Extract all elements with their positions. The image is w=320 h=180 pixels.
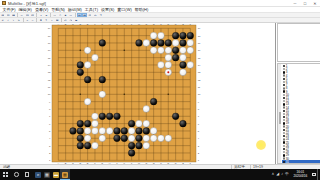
toolbar-button[interactable]: « [0, 18, 5, 23]
toolbar-button[interactable]: ? [98, 13, 103, 18]
white-stone-H5[interactable] [106, 128, 113, 135]
white-stone-N4[interactable] [143, 135, 150, 142]
task-view-icon[interactable] [25, 172, 29, 176]
white-stone-G10[interactable] [99, 91, 106, 98]
black-stone-P17[interactable] [158, 40, 165, 47]
toolbar-button[interactable]: ▮ [63, 13, 68, 18]
ime-indicator[interactable]: 中 [285, 169, 289, 180]
white-stone-P14[interactable] [158, 62, 165, 69]
coord-letter-top: G [101, 23, 103, 26]
toolbar-button[interactable]: ● [25, 18, 30, 23]
black-stone-L3[interactable] [128, 142, 135, 149]
toolbar-button[interactable]: ⊞ [87, 13, 92, 18]
move-tree-row[interactable]: 31 [282, 160, 320, 163]
maximize-button[interactable]: □ [300, 0, 310, 7]
coord-number-right: 4 [198, 137, 200, 140]
menu-item-3[interactable]: 导航(N) [50, 7, 67, 13]
folder-icon[interactable]: ▬ [53, 172, 59, 178]
coord-number-left: 1 [49, 159, 51, 162]
white-move-icon [283, 157, 285, 159]
toolbar-button[interactable]: △ [49, 18, 54, 23]
coord-number-left: 7 [49, 115, 51, 118]
coord-number-left: 5 [49, 130, 51, 133]
coord-number-left: 11 [48, 86, 51, 89]
black-move-icon [283, 78, 285, 80]
black-stone-H7[interactable] [106, 113, 113, 120]
coord-number-right: 18 [198, 35, 201, 38]
black-stone-T18[interactable] [187, 32, 194, 39]
white-stone-P18[interactable] [158, 32, 165, 39]
white-stone-Q4[interactable] [165, 135, 172, 142]
toolbar-button[interactable]: ↶ [63, 18, 68, 23]
white-stone-T17[interactable] [187, 40, 194, 47]
toolbar-button[interactable]: ▩ [77, 13, 82, 18]
toolbar-button[interactable]: ✖ [74, 18, 79, 23]
star-point [123, 49, 125, 51]
black-stone-D14[interactable] [77, 62, 84, 69]
tray-caret-icon[interactable]: ∧ [272, 169, 275, 180]
toolbar-button[interactable]: ▦ [11, 13, 16, 18]
coord-letter-top: C [72, 23, 74, 26]
black-stone-E6[interactable] [84, 120, 91, 127]
toolbar-separator [50, 13, 51, 17]
black-stone-K4[interactable] [121, 135, 128, 142]
move-tree-scrollbar[interactable] [278, 64, 281, 164]
white-stone-O16[interactable] [150, 47, 157, 54]
white-stone-R17[interactable] [172, 40, 179, 47]
white-stone-T16[interactable] [187, 47, 194, 54]
coord-number-right: 2 [198, 152, 200, 155]
white-stone-E14[interactable] [84, 62, 91, 69]
coord-number-right: 9 [198, 101, 200, 104]
search-icon[interactable] [14, 172, 19, 177]
toolbar-button[interactable]: ○ [30, 18, 35, 23]
black-stone-D3[interactable] [77, 142, 84, 149]
menu-item-2[interactable]: 查看(V) [33, 7, 49, 13]
black-stone-M17[interactable] [136, 40, 143, 47]
white-stone-E16[interactable] [84, 47, 91, 54]
coord-number-right: 5 [198, 130, 200, 133]
toolbar-separator [36, 18, 37, 22]
coord-number-right: 8 [198, 108, 200, 111]
coord-number-left: 3 [49, 145, 51, 148]
toolbar-button[interactable]: ▾ [44, 13, 49, 18]
toolbar-separator [17, 13, 18, 17]
black-move-icon [283, 103, 285, 105]
black-move-icon [283, 141, 285, 143]
black-stone-G7[interactable] [99, 113, 106, 120]
coord-letter-top: M [138, 23, 140, 26]
black-move-icon [283, 154, 285, 156]
coord-number-left: 13 [48, 71, 51, 74]
scrollbar-thumb[interactable] [279, 112, 281, 124]
coord-number-left: 17 [48, 42, 51, 45]
toolbar-button[interactable]: ▥ [6, 13, 11, 18]
coord-number-right: 15 [198, 57, 201, 60]
black-stone-E12[interactable] [84, 76, 91, 83]
toolbar-button[interactable]: ▣ [55, 18, 60, 23]
coord-number-right: 7 [198, 115, 200, 118]
black-stone-G12[interactable] [99, 76, 106, 83]
black-stone-S6[interactable] [180, 120, 187, 127]
black-stone-D6[interactable] [77, 120, 84, 127]
go-board[interactable]: AA1919BB1818CC1717DD1616EE1515FF1414GG13… [44, 23, 204, 164]
white-stone-P4[interactable] [158, 135, 165, 142]
white-move-icon [283, 138, 285, 140]
toolbar-button[interactable]: ▤ [0, 13, 5, 18]
coord-number-left: 9 [49, 101, 51, 104]
coord-letter-top: D [79, 23, 81, 26]
black-stone-M4[interactable] [136, 135, 143, 142]
coord-number-right: 12 [198, 79, 201, 82]
black-stone-J7[interactable] [114, 113, 121, 120]
white-stone-N8[interactable] [143, 106, 150, 113]
show-desktop-button[interactable] [317, 169, 319, 180]
menu-item-6[interactable]: 设置(S) [99, 7, 115, 13]
toolbar-separator [61, 18, 62, 22]
coord-number-right: 10 [198, 93, 201, 96]
last-move-marker [167, 71, 169, 73]
coord-number-right: 13 [198, 71, 201, 74]
white-stone-L4[interactable] [128, 135, 135, 142]
coord-number-left: 12 [48, 79, 51, 82]
toolbar-button[interactable]: ✂ [19, 13, 24, 18]
white-move-icon [283, 74, 285, 76]
coord-number-right: 1 [198, 159, 200, 162]
menu-item-4[interactable]: 标记(M) [66, 7, 83, 13]
white-stone-N6[interactable] [143, 120, 150, 127]
white-stone-F7[interactable] [92, 113, 99, 120]
star-point [79, 93, 81, 95]
taskbar-active-app[interactable]: ▦ [60, 169, 70, 180]
black-stone-R16[interactable] [172, 47, 179, 54]
white-stone-G4[interactable] [99, 135, 106, 142]
coord-letter-top: N [145, 23, 147, 26]
multigo-app-icon[interactable]: ▦ [62, 172, 68, 178]
menu-item-8[interactable]: 帮助(H) [133, 7, 150, 13]
coord-number-left: 6 [49, 123, 51, 126]
coord-number-right: 19 [198, 27, 201, 30]
toolbar-button[interactable]: ▯ [58, 13, 63, 18]
notification-icon[interactable] [312, 173, 316, 177]
black-stone-M5[interactable] [136, 128, 143, 135]
black-stone-C5[interactable] [70, 128, 77, 135]
taskbar-app-icon[interactable]: ▦ [44, 172, 50, 178]
toolbar-separator [36, 13, 37, 17]
coord-number-right: 11 [198, 86, 201, 89]
white-stone-E5[interactable] [84, 128, 91, 135]
volume-icon[interactable]: ♪ [281, 169, 283, 180]
move-tree-panel[interactable]: 1234567891011121314151617181920212223242… [277, 63, 320, 164]
close-button[interactable]: ✕ [310, 0, 320, 7]
black-stone-D5[interactable] [77, 128, 84, 135]
white-stone-F3[interactable] [92, 142, 99, 149]
coord-number-right: 3 [198, 145, 200, 148]
black-move-icon [283, 90, 285, 92]
white-stone-F6[interactable] [92, 120, 99, 127]
toolbar-button[interactable]: ▭ [52, 13, 57, 18]
white-stone-S15[interactable] [180, 54, 187, 61]
app-icon [2, 1, 6, 5]
black-stone-J4[interactable] [114, 135, 121, 142]
system-tray: ∧ ◢ ♪ 中 16:01 2020/4/16 [271, 169, 320, 180]
black-move-icon [283, 122, 285, 124]
black-stone-Q17[interactable] [165, 40, 172, 47]
toolbar-button[interactable]: ▦ [82, 13, 87, 18]
toolbar-button[interactable]: ‹ [6, 18, 11, 23]
coord-number-right: 17 [198, 42, 201, 45]
menu-item-0[interactable]: 文件(F) [1, 7, 17, 13]
black-stone-R18[interactable] [172, 32, 179, 39]
star-point [123, 93, 125, 95]
coord-number-left: 18 [48, 35, 51, 38]
black-stone-J5[interactable] [114, 128, 121, 135]
toolbar-button[interactable]: □ [68, 13, 73, 18]
coord-number-right: 16 [198, 49, 201, 52]
client-area: AA1919BB1818CC1717DD1616EE1515FF1414GG13… [0, 23, 320, 164]
coord-number-left: 16 [48, 49, 51, 52]
coord-number-left: 4 [49, 137, 51, 140]
toolbar-button[interactable]: ● [38, 13, 43, 18]
black-stone-O9[interactable] [150, 98, 157, 105]
coord-letter-top: H [109, 23, 111, 26]
coord-number-left: 14 [48, 64, 51, 67]
black-move-icon [283, 97, 285, 99]
toolbar-button[interactable]: › [11, 18, 16, 23]
toolbar-button[interactable]: ▧ [25, 13, 30, 18]
black-stone-K5[interactable] [121, 128, 128, 135]
white-stone-N3[interactable] [143, 142, 150, 149]
game-info-panel [277, 23, 320, 62]
black-move-icon [283, 148, 285, 150]
menu-item-7[interactable]: 窗口(W) [116, 7, 133, 13]
white-stone-S13[interactable] [180, 69, 187, 76]
black-stone-S17[interactable] [180, 40, 187, 47]
black-stone-D4[interactable] [77, 135, 84, 142]
black-move-icon [283, 71, 285, 73]
coord-number-left: 2 [49, 152, 51, 155]
black-stone-R7[interactable] [172, 113, 179, 120]
white-move-icon [283, 125, 285, 127]
white-stone-P16[interactable] [158, 47, 165, 54]
black-move-icon [283, 129, 285, 131]
menu-item-1[interactable]: 编辑(E) [17, 7, 33, 13]
toolbar-button[interactable]: » [16, 18, 21, 23]
white-stone-O4[interactable] [150, 135, 157, 142]
white-stone-F5[interactable] [92, 128, 99, 135]
cursor-highlight-dot [256, 140, 266, 150]
white-move-icon [283, 106, 285, 108]
white-move-icon [283, 94, 285, 96]
toolbar-button[interactable]: A [38, 18, 43, 23]
toolbar-button[interactable]: ↷ [68, 18, 73, 23]
minimize-button[interactable]: ─ [290, 0, 300, 7]
black-stone-L6[interactable] [128, 120, 135, 127]
clock-date: 2020/4/16 [291, 175, 310, 179]
move-tree-list: 1234567891011121314151617181920212223242… [282, 65, 320, 164]
coord-letter-top: O [153, 23, 155, 26]
toolbar-separator [23, 18, 24, 22]
white-move-icon [283, 145, 285, 147]
black-stone-S14[interactable] [180, 62, 187, 69]
start-button[interactable] [3, 172, 8, 177]
go-board-panel[interactable]: AA1919BB1818CC1717DD1616EE1515FF1414GG13… [0, 23, 276, 164]
black-stone-M3[interactable] [136, 142, 143, 149]
network-icon[interactable]: ◢ [276, 169, 279, 180]
screen: MultiGo - [对局1.sgf] ─ □ ✕ 文件(F)编辑(E)查看(V… [0, 0, 320, 180]
black-stone-L2[interactable] [128, 150, 135, 157]
black-stone-N5[interactable] [143, 128, 150, 135]
star-point [167, 93, 169, 95]
white-stone-N17[interactable] [143, 40, 150, 47]
menu-item-5[interactable]: 工具(T) [83, 7, 99, 13]
black-stone-O17[interactable] [150, 40, 157, 47]
white-stone-L5[interactable] [128, 128, 135, 135]
coord-number-left: 8 [49, 108, 51, 111]
white-stone-E4[interactable] [84, 135, 91, 142]
white-stone-O5[interactable] [150, 128, 157, 135]
white-stone-Q15[interactable] [165, 54, 172, 61]
black-stone-E3[interactable] [84, 142, 91, 149]
coord-letter-top: R [175, 23, 177, 26]
black-move-icon [283, 110, 285, 112]
taskbar: e ▦ ▬ ▦ ∧ ◢ ♪ 中 16:01 2020/4/16 [0, 169, 320, 180]
coord-number-right: 14 [198, 64, 201, 67]
white-stone-F15[interactable] [92, 54, 99, 61]
white-stone-G5[interactable] [99, 128, 106, 135]
black-move-icon [283, 161, 285, 163]
white-move-icon [283, 87, 285, 89]
coord-letter-top: Q [167, 23, 169, 26]
black-stone-D13[interactable] [77, 69, 84, 76]
black-stone-R15[interactable] [172, 54, 179, 61]
coord-number-left: 10 [48, 93, 51, 96]
black-stone-G17[interactable] [99, 40, 106, 47]
taskbar-app-icon[interactable]: e [35, 172, 41, 178]
taskbar-clock[interactable]: 16:01 2020/4/16 [291, 171, 310, 178]
black-stone-S18[interactable] [180, 32, 187, 39]
white-stone-T14[interactable] [187, 62, 194, 69]
white-stone-O18[interactable] [150, 32, 157, 39]
toolbar-button[interactable]: ◎ [93, 13, 98, 18]
white-move-icon [283, 113, 285, 115]
white-stone-S16[interactable] [180, 47, 187, 54]
toolbar-separator [75, 13, 76, 17]
coord-number-left: 19 [48, 27, 51, 30]
white-stone-Q16[interactable] [165, 47, 172, 54]
white-stone-Q14[interactable] [165, 62, 172, 69]
star-point [79, 49, 81, 51]
toolbar-button[interactable]: ▨ [30, 13, 35, 18]
coord-number-left: 15 [48, 57, 51, 60]
white-stone-E9[interactable] [84, 98, 91, 105]
white-stone-M6[interactable] [136, 120, 143, 127]
toolbar-button[interactable]: 1 [44, 18, 49, 23]
coord-number-right: 6 [198, 123, 200, 126]
